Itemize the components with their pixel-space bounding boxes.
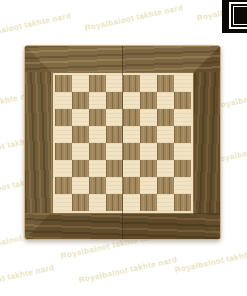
- board-square: [174, 143, 191, 160]
- board-square: [174, 126, 191, 143]
- board-square: [72, 177, 89, 194]
- board-square: [157, 177, 174, 194]
- board-square: [55, 92, 72, 109]
- board-square: [106, 143, 123, 160]
- board-square: [140, 143, 157, 160]
- board-square: [123, 75, 140, 92]
- board-square: [55, 75, 72, 92]
- board-square: [174, 194, 191, 211]
- board-square: [157, 143, 174, 160]
- board-square: [89, 160, 106, 177]
- board-square: [140, 177, 157, 194]
- board-square: [123, 194, 140, 211]
- board-square: [174, 75, 191, 92]
- board-square: [106, 75, 123, 92]
- board-square: [72, 75, 89, 92]
- board-square: [89, 143, 106, 160]
- board-frame: [25, 46, 220, 239]
- board-square: [106, 160, 123, 177]
- board-square: [72, 92, 89, 109]
- board-square: [55, 194, 72, 211]
- board-square: [106, 109, 123, 126]
- watermark-text: Royalbaloot takhte nard: [84, 3, 184, 33]
- board-square: [72, 126, 89, 143]
- logo-frame-inner: [233, 6, 247, 25]
- brand-logo: [222, 0, 247, 33]
- board-square: [106, 177, 123, 194]
- board-square: [106, 194, 123, 211]
- board-square: [89, 92, 106, 109]
- board-square: [140, 126, 157, 143]
- board-square: [72, 109, 89, 126]
- board-square: [72, 160, 89, 177]
- board-square: [89, 126, 106, 143]
- maple-border: [51, 72, 194, 213]
- board-square: [157, 160, 174, 177]
- board-square: [72, 143, 89, 160]
- board-square: [174, 160, 191, 177]
- board-square: [89, 194, 106, 211]
- board-square: [89, 75, 106, 92]
- watermark-text: Royalbaloot takhte nard: [78, 255, 178, 285]
- board-square: [106, 126, 123, 143]
- board-square: [157, 126, 174, 143]
- board-square: [123, 92, 140, 109]
- board-square: [72, 194, 89, 211]
- board-square: [157, 75, 174, 92]
- board-square: [55, 109, 72, 126]
- board-square: [123, 160, 140, 177]
- board-square: [140, 160, 157, 177]
- board-square: [123, 143, 140, 160]
- board-square: [55, 160, 72, 177]
- frame-grain-bottom: [25, 213, 220, 239]
- watermark-text: Royalbaloot takhte nard: [174, 245, 247, 275]
- board-square: [174, 92, 191, 109]
- watermark-text: Royalbaloot takhte nard: [0, 263, 55, 293]
- board-square: [123, 126, 140, 143]
- frame-grain-right: [194, 72, 220, 213]
- chess-board: [24, 45, 221, 240]
- product-photo: Royalbaloot takhte nardRoyalbaloot takht…: [0, 0, 247, 296]
- board-square: [157, 109, 174, 126]
- board-square: [140, 109, 157, 126]
- watermark-text: Royalbaloot takhte nard: [0, 11, 72, 41]
- board-square: [89, 177, 106, 194]
- board-square: [157, 92, 174, 109]
- board-square: [174, 109, 191, 126]
- board-square: [140, 92, 157, 109]
- board-square: [89, 109, 106, 126]
- board-square: [55, 126, 72, 143]
- board-square: [123, 109, 140, 126]
- frame-grain-left: [25, 72, 51, 213]
- board-square: [106, 92, 123, 109]
- board-square: [140, 75, 157, 92]
- board-square: [55, 143, 72, 160]
- board-square: [140, 194, 157, 211]
- board-square: [55, 177, 72, 194]
- board-square: [157, 194, 174, 211]
- board-grid: [55, 75, 191, 211]
- frame-grain-top: [25, 46, 220, 72]
- board-square: [174, 177, 191, 194]
- board-square: [123, 177, 140, 194]
